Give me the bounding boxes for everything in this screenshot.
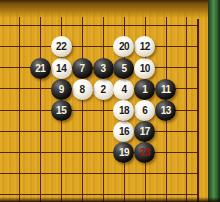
stone-white-2: 2 bbox=[93, 79, 114, 100]
stone-white-22: 22 bbox=[51, 36, 72, 57]
stone-black-21: 21 bbox=[30, 58, 51, 79]
stone-black-3: 3 bbox=[93, 58, 114, 79]
stone-white-10: 10 bbox=[134, 58, 155, 79]
go-board-diagram: 1234567891011121314151617181920212223 bbox=[0, 0, 220, 202]
table-background-strip bbox=[208, 0, 220, 202]
stone-black-7: 7 bbox=[72, 58, 93, 79]
board-top-frame bbox=[0, 0, 220, 18]
stone-black-15: 15 bbox=[51, 100, 72, 121]
stone-black-13: 13 bbox=[155, 100, 176, 121]
board-right-edge-line bbox=[197, 19, 199, 202]
stone-black-1: 1 bbox=[134, 79, 155, 100]
stone-black-5: 5 bbox=[113, 58, 134, 79]
stone-black-11: 11 bbox=[155, 79, 176, 100]
stone-black-9: 9 bbox=[51, 79, 72, 100]
board-bottom-shadow bbox=[0, 197, 220, 202]
stone-white-8: 8 bbox=[72, 79, 93, 100]
stone-white-4: 4 bbox=[113, 79, 134, 100]
stone-white-14: 14 bbox=[51, 58, 72, 79]
